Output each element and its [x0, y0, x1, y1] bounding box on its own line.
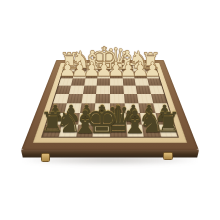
piece-black-rook[interactable]: ♜: [39, 109, 64, 137]
piece-white-pawn[interactable]: ♟: [59, 60, 76, 80]
pieces-layer: ♜♞♝♛♚♝♞♜♟♟♟♟♟♟♟♟♟♟♟♟♟♟♟♟♜♞♝♛♚♝♞♜: [0, 0, 220, 220]
chess-set-photo: ♜♞♝♛♚♝♞♜♟♟♟♟♟♟♟♟♟♟♟♟♟♟♟♟♜♞♝♛♚♝♞♜: [0, 0, 220, 220]
